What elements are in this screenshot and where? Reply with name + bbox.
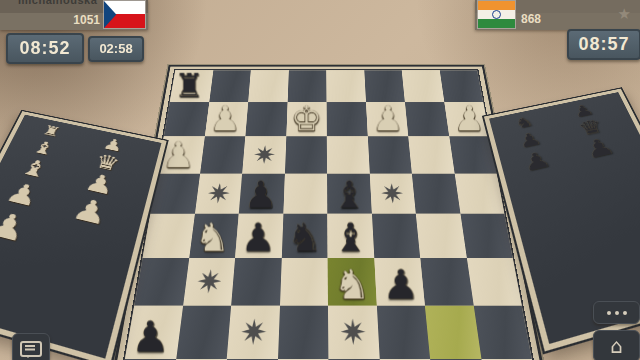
- compass-inlay-icon: [196, 269, 222, 293]
- square-f1[interactable]: [248, 70, 288, 102]
- square-d2[interactable]: [326, 102, 367, 136]
- piece-white-pawn-a2[interactable]: ♟: [454, 101, 485, 135]
- square-e4[interactable]: [283, 173, 327, 213]
- square-g2[interactable]: ♟: [205, 102, 249, 136]
- chess-board[interactable]: ♜♟♚♟♟♟♟♝♞♟♞♝♞♟♟♚♜: [113, 69, 546, 360]
- square-b5[interactable]: [416, 214, 467, 258]
- india-flag-icon: [478, 1, 515, 28]
- czech-flag-icon: [104, 1, 145, 28]
- square-e1[interactable]: [287, 70, 326, 102]
- player-rating-left: 1051: [73, 13, 100, 27]
- board-scene: ♜♟♚♟♟♟♟♝♞♟♞♝♞♟♟♚♜: [88, 47, 552, 360]
- square-d3[interactable]: [327, 136, 370, 173]
- czech-flag-triangle: [104, 1, 129, 28]
- square-a2[interactable]: ♟: [444, 102, 490, 136]
- piece-black-pawn-h7[interactable]: ♟: [131, 315, 169, 358]
- square-c1[interactable]: [364, 70, 405, 102]
- square-f4[interactable]: ♟: [239, 173, 285, 213]
- chat-bubble-icon: [20, 341, 42, 357]
- piece-black-pawn-c6[interactable]: ♟: [382, 264, 419, 305]
- square-a6[interactable]: [466, 258, 521, 306]
- board-rim: ♜♟♚♟♟♟♟♝♞♟♞♝♞♟♟♚♜: [100, 65, 558, 360]
- square-h4[interactable]: [150, 173, 199, 213]
- compass-inlay-icon: [253, 145, 275, 164]
- square-h1[interactable]: ♜: [170, 70, 213, 102]
- square-c2[interactable]: ♟: [366, 102, 409, 136]
- piece-white-knight-d6[interactable]: ♞: [334, 264, 371, 305]
- piece-black-rook-h1[interactable]: ♜: [175, 68, 205, 101]
- ashoka-chakra-icon: [492, 10, 501, 19]
- player-panel-left: michalhouska 1051: [0, 0, 148, 30]
- piece-white-pawn-h3[interactable]: ♟: [163, 137, 195, 173]
- square-c7[interactable]: [376, 306, 430, 359]
- player-panel-right: 868 ★: [475, 0, 640, 30]
- square-b2[interactable]: [405, 102, 449, 136]
- star-icon: ★: [618, 5, 631, 23]
- square-b7[interactable]: [425, 306, 481, 359]
- square-c5[interactable]: [372, 214, 421, 258]
- square-g6[interactable]: [183, 258, 235, 306]
- square-d7[interactable]: [328, 306, 379, 359]
- square-e7[interactable]: [278, 306, 329, 359]
- piece-black-bishop-d4[interactable]: ♝: [333, 176, 366, 213]
- compass-inlay-icon: [240, 318, 266, 344]
- square-h6[interactable]: [134, 258, 189, 306]
- square-e6[interactable]: [280, 258, 328, 306]
- square-g3[interactable]: [200, 136, 246, 173]
- piece-white-pawn-c2[interactable]: ♟: [372, 101, 403, 135]
- square-c4[interactable]: [369, 173, 415, 213]
- piece-black-bishop-d5[interactable]: ♝: [333, 218, 368, 257]
- square-e3[interactable]: [285, 136, 327, 173]
- square-f7[interactable]: [227, 306, 280, 359]
- compass-inlay-icon: [381, 183, 404, 203]
- square-a7[interactable]: [473, 306, 531, 359]
- square-b6[interactable]: [420, 258, 473, 306]
- square-e5[interactable]: ♞: [281, 214, 327, 258]
- clock-left: 08:52: [6, 33, 84, 64]
- square-g7[interactable]: [176, 306, 231, 359]
- square-g4[interactable]: [195, 173, 243, 213]
- piece-white-knight-g5[interactable]: ♞: [195, 218, 230, 257]
- square-a4[interactable]: [454, 173, 504, 213]
- home-button[interactable]: ⌂: [593, 330, 640, 360]
- square-c3[interactable]: [367, 136, 411, 173]
- square-b4[interactable]: [412, 173, 460, 213]
- square-a1[interactable]: [439, 70, 483, 102]
- square-h2[interactable]: [164, 102, 209, 136]
- piece-white-pawn-g2[interactable]: ♟: [210, 101, 241, 135]
- square-f5[interactable]: ♟: [235, 214, 283, 258]
- move-clock-left: 02:58: [88, 36, 144, 62]
- square-d4[interactable]: ♝: [327, 173, 372, 213]
- home-icon: ⌂: [610, 336, 623, 356]
- square-f6[interactable]: [231, 258, 281, 306]
- square-h7[interactable]: ♟: [125, 306, 183, 359]
- compass-inlay-icon: [340, 318, 366, 344]
- piece-white-king-e2[interactable]: ♚: [291, 101, 322, 135]
- square-b1[interactable]: [402, 70, 444, 102]
- more-options-button[interactable]: [593, 301, 640, 324]
- square-f3[interactable]: [242, 136, 286, 173]
- square-c6[interactable]: ♟: [374, 258, 425, 306]
- piece-black-pawn-f5[interactable]: ♟: [241, 218, 276, 257]
- game-screen: ♜♟♚♟♟♟♟♝♞♟♞♝♞♟♟♚♜ ♜♟♝♛♝♟♟♟♟ ♞♟♟♛♟♟ micha…: [0, 0, 640, 360]
- chat-button[interactable]: [12, 333, 50, 360]
- square-a5[interactable]: [460, 214, 513, 258]
- square-g1[interactable]: [209, 70, 251, 102]
- piece-black-pawn-f4[interactable]: ♟: [244, 176, 277, 213]
- square-d1[interactable]: [326, 70, 365, 102]
- player-rating-right: 868: [521, 12, 541, 26]
- square-f2[interactable]: [245, 102, 287, 136]
- piece-black-knight-e5[interactable]: ♞: [287, 218, 322, 257]
- clock-right: 08:57: [567, 29, 640, 60]
- ellipsis-icon: [607, 311, 627, 315]
- square-d5[interactable]: ♝: [327, 214, 374, 258]
- square-b3[interactable]: [408, 136, 454, 173]
- square-d6[interactable]: ♞: [328, 258, 377, 306]
- square-h5[interactable]: [143, 214, 195, 258]
- compass-inlay-icon: [207, 183, 231, 203]
- square-e2[interactable]: ♚: [286, 102, 327, 136]
- square-g5[interactable]: ♞: [189, 214, 239, 258]
